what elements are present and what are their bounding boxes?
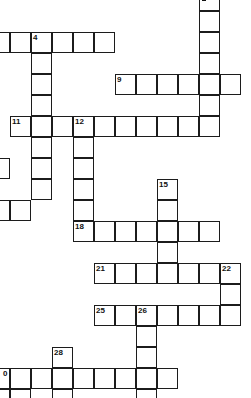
- clue-number: 12: [75, 117, 84, 126]
- crossword-cell[interactable]: [115, 116, 136, 137]
- crossword-cells: 491112151821222526280: [0, 0, 241, 398]
- crossword-cell[interactable]: [199, 305, 220, 326]
- crossword-cell[interactable]: [157, 221, 178, 242]
- cut-number-sliver: [202, 0, 206, 1]
- crossword-cell[interactable]: [136, 116, 157, 137]
- crossword-cell[interactable]: [199, 116, 220, 137]
- crossword-cell[interactable]: 9: [115, 74, 136, 95]
- crossword-cell[interactable]: 4: [31, 32, 52, 53]
- crossword-cell[interactable]: [31, 137, 52, 158]
- crossword-cell[interactable]: [0, 158, 10, 179]
- clue-number: 4: [33, 33, 37, 42]
- crossword-cell[interactable]: [178, 116, 199, 137]
- crossword-cell[interactable]: [0, 200, 10, 221]
- crossword-cell[interactable]: [10, 200, 31, 221]
- crossword-cell[interactable]: 0: [0, 368, 10, 389]
- crossword-cell[interactable]: [94, 32, 115, 53]
- crossword-cell[interactable]: [136, 368, 157, 389]
- crossword-cell[interactable]: [31, 95, 52, 116]
- crossword-cell[interactable]: [73, 158, 94, 179]
- clue-number: 28: [54, 348, 63, 357]
- crossword-cell[interactable]: [52, 389, 73, 398]
- crossword-cell[interactable]: [199, 221, 220, 242]
- crossword-cell[interactable]: [31, 158, 52, 179]
- crossword-cell[interactable]: [31, 53, 52, 74]
- crossword-cell[interactable]: [73, 137, 94, 158]
- crossword-cell[interactable]: [220, 284, 241, 305]
- clue-number: 11: [12, 117, 20, 126]
- crossword-cell[interactable]: 21: [94, 263, 115, 284]
- crossword-cell[interactable]: [199, 32, 220, 53]
- crossword-cell[interactable]: [157, 368, 178, 389]
- crossword-cell[interactable]: [178, 74, 199, 95]
- crossword-cell[interactable]: [115, 368, 136, 389]
- crossword-cell[interactable]: 26: [136, 305, 157, 326]
- crossword-cell[interactable]: [199, 11, 220, 32]
- crossword-cell[interactable]: [52, 368, 73, 389]
- crossword-cell[interactable]: [115, 305, 136, 326]
- crossword-cell[interactable]: [115, 221, 136, 242]
- crossword-cell[interactable]: 25: [94, 305, 115, 326]
- clue-number: 26: [138, 306, 147, 315]
- clue-number: 0: [3, 369, 7, 378]
- clue-number: 18: [75, 222, 84, 231]
- crossword-cell[interactable]: [94, 221, 115, 242]
- crossword-cell[interactable]: [178, 305, 199, 326]
- crossword-cell[interactable]: [157, 74, 178, 95]
- crossword-cell[interactable]: 18: [73, 221, 94, 242]
- crossword-cell[interactable]: [94, 368, 115, 389]
- crossword-cell[interactable]: [157, 116, 178, 137]
- crossword-cell[interactable]: [73, 32, 94, 53]
- crossword-cell[interactable]: [73, 179, 94, 200]
- crossword-cell[interactable]: [31, 74, 52, 95]
- crossword-cell[interactable]: [136, 263, 157, 284]
- clue-number: 9: [117, 75, 121, 84]
- crossword-cell[interactable]: [10, 389, 31, 398]
- crossword-cell[interactable]: [10, 368, 31, 389]
- crossword-cell[interactable]: 28: [52, 347, 73, 368]
- crossword-grid: 491112151821222526280: [0, 0, 251, 398]
- crossword-cell[interactable]: [220, 74, 241, 95]
- crossword-cell[interactable]: [136, 347, 157, 368]
- crossword-cell[interactable]: [136, 326, 157, 347]
- crossword-cell[interactable]: [178, 263, 199, 284]
- crossword-cell[interactable]: [136, 221, 157, 242]
- crossword-cell[interactable]: [0, 389, 10, 398]
- crossword-cell[interactable]: [73, 200, 94, 221]
- crossword-cell[interactable]: [31, 179, 52, 200]
- crossword-cell[interactable]: 15: [157, 179, 178, 200]
- crossword-cell[interactable]: [73, 368, 94, 389]
- crossword-cell[interactable]: 11: [10, 116, 31, 137]
- crossword-cell[interactable]: [178, 221, 199, 242]
- crossword-cell[interactable]: [199, 0, 220, 11]
- crossword-cell[interactable]: [52, 116, 73, 137]
- crossword-cell[interactable]: [157, 242, 178, 263]
- crossword-cell[interactable]: [157, 263, 178, 284]
- crossword-cell[interactable]: [10, 32, 31, 53]
- crossword-cell[interactable]: [136, 74, 157, 95]
- crossword-cell[interactable]: [31, 116, 52, 137]
- crossword-cell[interactable]: [136, 389, 157, 398]
- clue-number: 15: [159, 180, 168, 189]
- crossword-cell[interactable]: [220, 305, 241, 326]
- crossword-cell[interactable]: [199, 74, 220, 95]
- crossword-cell[interactable]: 12: [73, 116, 94, 137]
- crossword-cell[interactable]: [0, 32, 10, 53]
- clue-number: 21: [96, 264, 105, 273]
- clue-number: 22: [222, 264, 231, 273]
- crossword-cell[interactable]: [199, 263, 220, 284]
- crossword-cell[interactable]: [157, 200, 178, 221]
- crossword-cell[interactable]: [31, 368, 52, 389]
- crossword-cell[interactable]: [157, 305, 178, 326]
- clue-number: 25: [96, 306, 105, 315]
- crossword-cell[interactable]: [115, 263, 136, 284]
- crossword-cell[interactable]: [94, 116, 115, 137]
- crossword-cell[interactable]: 22: [220, 263, 241, 284]
- crossword-cell[interactable]: [199, 53, 220, 74]
- crossword-cell[interactable]: [199, 95, 220, 116]
- crossword-cell[interactable]: [52, 32, 73, 53]
